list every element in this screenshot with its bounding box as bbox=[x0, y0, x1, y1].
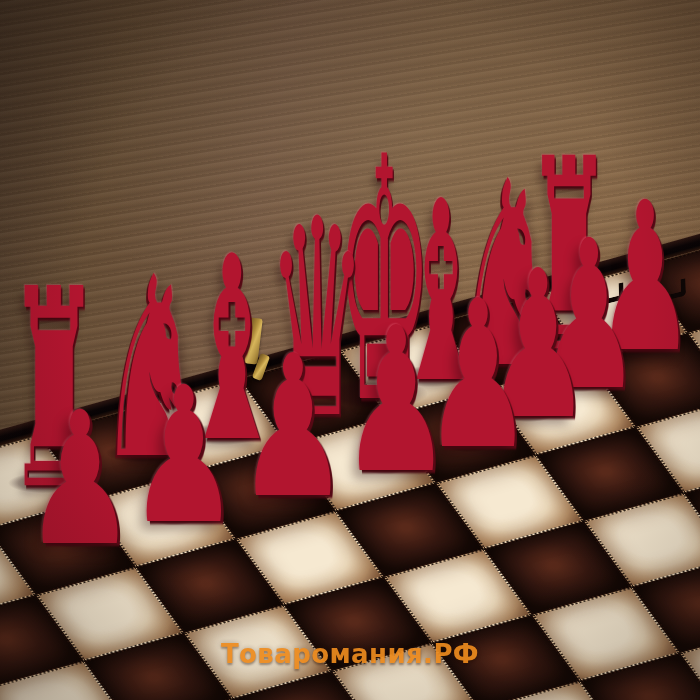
product-photo-three-player-chess: ♜♜♞♞♝♝♛♛♚♚♝♝♞♞♜♜♟♟♟♟♟♟♟♟♟♟♟♟♟♟♟♟ Товаром… bbox=[0, 0, 700, 700]
pawn-glyph: ♟ bbox=[0, 387, 182, 571]
watermark: Товаромания.РФ bbox=[0, 639, 700, 669]
